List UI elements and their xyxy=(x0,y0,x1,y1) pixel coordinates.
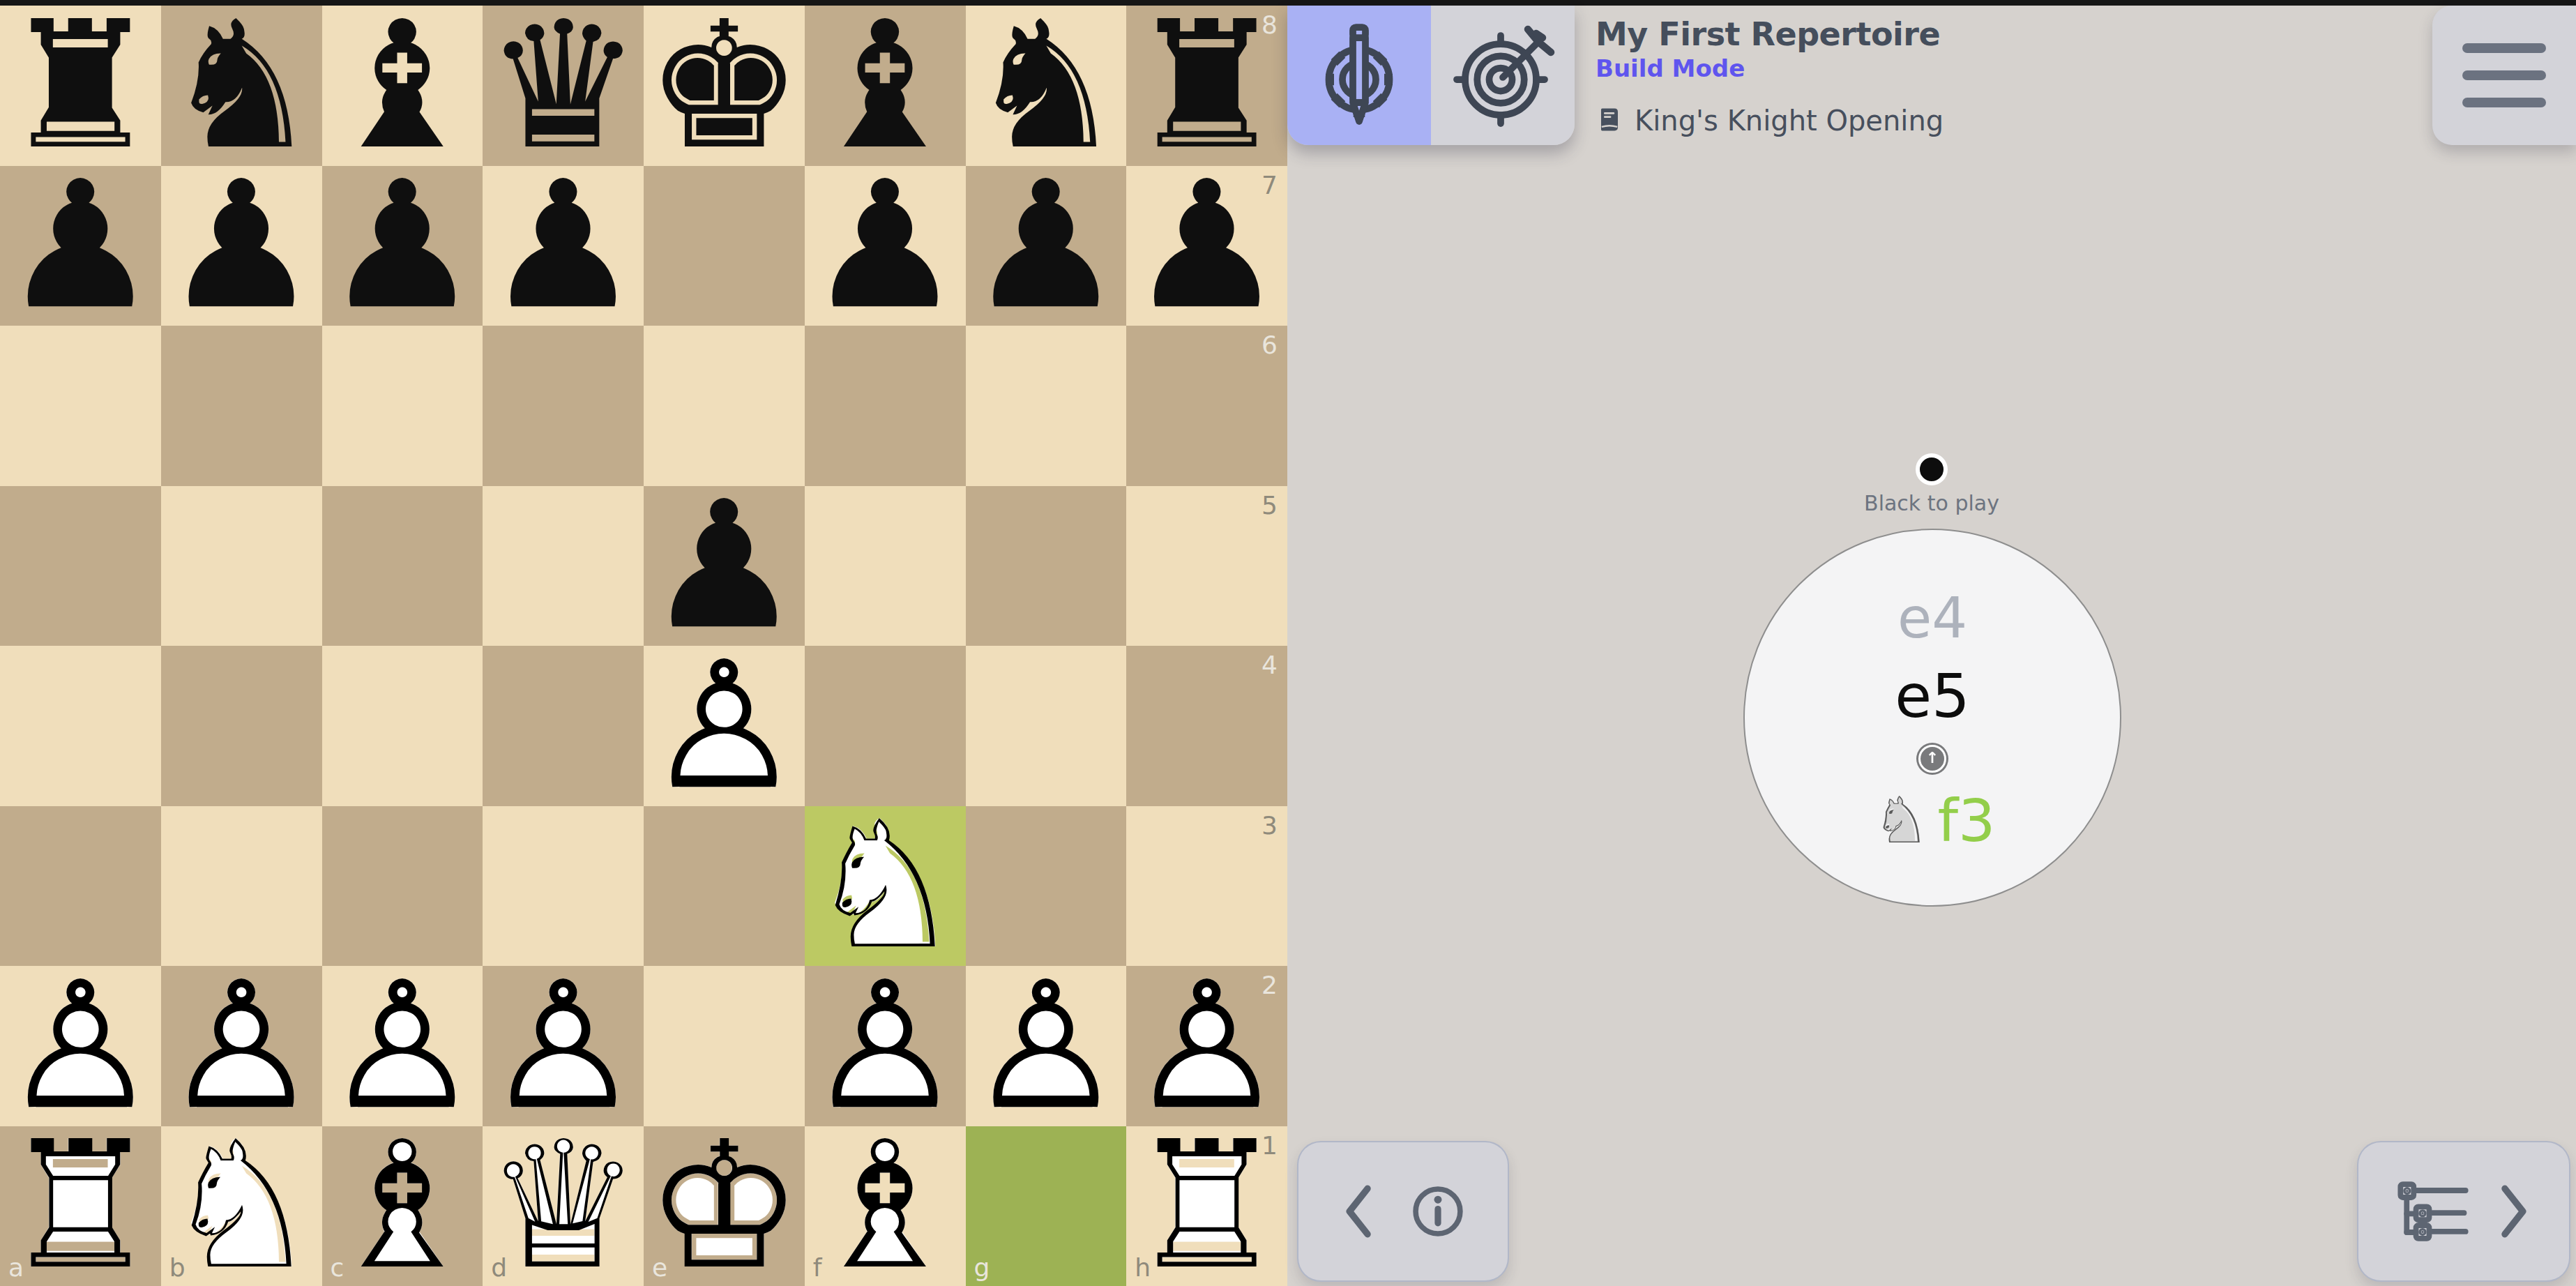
square-c4[interactable] xyxy=(322,646,483,806)
square-e3[interactable] xyxy=(644,806,805,967)
white-pawn-h2: ♟♙ xyxy=(1126,966,1287,1126)
black-rook-a8: ♜ xyxy=(0,6,161,166)
square-a8[interactable]: ♜ xyxy=(0,6,161,166)
black-pawn-b7: ♟ xyxy=(161,166,322,326)
square-a7[interactable]: ♟ xyxy=(0,166,161,326)
up-arrow-badge[interactable]: ↑ xyxy=(1916,743,1948,775)
square-e1[interactable]: e♚♔ xyxy=(644,1126,805,1286)
square-h2[interactable]: 2♟♙ xyxy=(1126,966,1287,1126)
opening-row: King's Knight Opening xyxy=(1596,105,1944,137)
square-c5[interactable] xyxy=(322,486,483,646)
square-e4[interactable]: ♟♙ xyxy=(644,646,805,806)
square-c2[interactable]: ♟♙ xyxy=(322,966,483,1126)
black-pawn-f7: ♟ xyxy=(805,166,966,326)
square-f2[interactable]: ♟♙ xyxy=(805,966,966,1126)
square-f5[interactable] xyxy=(805,486,966,646)
black-bishop-f8: ♝ xyxy=(805,6,966,166)
white-knight-b1: ♞♘ xyxy=(161,1126,322,1286)
black-pawn-a7: ♟ xyxy=(0,166,161,326)
white-pawn-e4: ♟♙ xyxy=(644,646,805,806)
square-f4[interactable] xyxy=(805,646,966,806)
opening-name: King's Knight Opening xyxy=(1635,105,1944,137)
square-d5[interactable] xyxy=(483,486,644,646)
white-pawn-g2: ♟♙ xyxy=(966,966,1127,1126)
square-g1[interactable]: g xyxy=(966,1126,1127,1286)
played-move[interactable]: e5 xyxy=(1895,666,1970,726)
header: My First Repertoire Build Mode King's Kn… xyxy=(1596,15,1944,137)
white-queen-d1: ♛♕ xyxy=(483,1126,644,1286)
square-g8[interactable]: ♞ xyxy=(966,6,1127,166)
file-label-g: g xyxy=(974,1255,990,1280)
square-d1[interactable]: d♛♕ xyxy=(483,1126,644,1286)
app-content: ♜♞♝♛♚♝♞8♜♟♟♟♟♟♟7♟6♟5♟♙4♞♘3♟♙♟♙♟♙♟♙♟♙♟♙2♟… xyxy=(0,6,2576,1286)
black-pawn-e5: ♟ xyxy=(644,486,805,646)
white-pawn-f2: ♟♙ xyxy=(805,966,966,1126)
square-c1[interactable]: c♝♗ xyxy=(322,1126,483,1286)
rank-label-6: 6 xyxy=(1262,333,1278,358)
black-king-e8: ♚ xyxy=(644,6,805,166)
book-icon xyxy=(1596,107,1623,135)
hamburger-menu-icon xyxy=(2462,43,2546,53)
white-rook-a1: ♜♖ xyxy=(0,1126,161,1286)
previous-move[interactable]: e4 xyxy=(1897,591,1967,646)
black-pawn-h7: ♟ xyxy=(1126,166,1287,326)
square-h7[interactable]: 7♟ xyxy=(1126,166,1287,326)
turn-indicator: Black to play xyxy=(1287,453,2576,515)
white-rook-h1: ♜♖ xyxy=(1126,1126,1287,1286)
square-h4[interactable]: 4 xyxy=(1126,646,1287,806)
square-g4[interactable] xyxy=(966,646,1127,806)
up-arrow-icon: ↑ xyxy=(1926,750,1939,766)
square-b3[interactable] xyxy=(161,806,322,967)
repertoire-title: My First Repertoire xyxy=(1596,15,1944,53)
square-c3[interactable] xyxy=(322,806,483,967)
square-f7[interactable]: ♟ xyxy=(805,166,966,326)
square-a4[interactable] xyxy=(0,646,161,806)
square-e8[interactable]: ♚ xyxy=(644,6,805,166)
nav-card-left xyxy=(1297,1141,1509,1282)
menu-button[interactable] xyxy=(2432,6,2576,145)
square-h8[interactable]: 8♜ xyxy=(1126,6,1287,166)
black-knight-b8: ♞ xyxy=(161,6,322,166)
white-knight-f3: ♞♘ xyxy=(805,806,966,967)
square-f6[interactable] xyxy=(805,326,966,486)
move-circle: e4 e5 ↑ ♞ ♘ f3 xyxy=(1743,529,2121,907)
square-a2[interactable]: ♟♙ xyxy=(0,966,161,1126)
rank-label-3: 3 xyxy=(1262,813,1278,838)
square-b8[interactable]: ♞ xyxy=(161,6,322,166)
mode-toggle xyxy=(1287,6,1575,145)
white-pawn-d2: ♟♙ xyxy=(483,966,644,1126)
white-pawn-b2: ♟♙ xyxy=(161,966,322,1126)
square-c7[interactable]: ♟ xyxy=(322,166,483,326)
square-a3[interactable] xyxy=(0,806,161,967)
white-pawn-a2: ♟♙ xyxy=(0,966,161,1126)
rank-label-5: 5 xyxy=(1262,493,1278,518)
black-pawn-g7: ♟ xyxy=(966,166,1127,326)
move-tree-button[interactable] xyxy=(2394,1177,2472,1246)
square-g6[interactable] xyxy=(966,326,1127,486)
square-a1[interactable]: a♜♖ xyxy=(0,1126,161,1286)
square-b6[interactable] xyxy=(161,326,322,486)
gear-pencil-icon xyxy=(1307,23,1411,128)
square-h1[interactable]: 1h♜♖ xyxy=(1126,1126,1287,1286)
square-h5[interactable]: 5 xyxy=(1126,486,1287,646)
rank-label-4: 4 xyxy=(1262,653,1278,678)
square-d4[interactable] xyxy=(483,646,644,806)
forward-button[interactable] xyxy=(2493,1181,2533,1241)
build-mode-button[interactable] xyxy=(1287,6,1431,145)
black-to-play-dot xyxy=(1916,453,1948,485)
square-e2[interactable] xyxy=(644,966,805,1126)
square-e5[interactable]: ♟ xyxy=(644,486,805,646)
square-h6[interactable]: 6 xyxy=(1126,326,1287,486)
square-f8[interactable]: ♝ xyxy=(805,6,966,166)
white-knight-icon: ♞ ♘ xyxy=(1869,787,1933,854)
white-bishop-c1: ♝♗ xyxy=(322,1126,483,1286)
target-arrow-icon xyxy=(1450,23,1555,128)
square-b5[interactable] xyxy=(161,486,322,646)
square-d8[interactable]: ♛ xyxy=(483,6,644,166)
next-move[interactable]: ♞ ♘ f3 xyxy=(1869,787,1995,854)
practice-mode-button[interactable] xyxy=(1431,6,1575,145)
turn-label: Black to play xyxy=(1864,491,1999,515)
black-bishop-c8: ♝ xyxy=(322,6,483,166)
info-button[interactable] xyxy=(1409,1182,1467,1241)
square-f1[interactable]: f♝♗ xyxy=(805,1126,966,1286)
square-a5[interactable] xyxy=(0,486,161,646)
app-window: ♜♞♝♛♚♝♞8♜♟♟♟♟♟♟7♟6♟5♟♙4♞♘3♟♙♟♙♟♙♟♙♟♙♟♙2♟… xyxy=(0,0,2576,1286)
square-b2[interactable]: ♟♙ xyxy=(161,966,322,1126)
white-bishop-f1: ♝♗ xyxy=(805,1126,966,1286)
black-rook-h8: ♜ xyxy=(1126,6,1287,166)
white-pawn-c2: ♟♙ xyxy=(322,966,483,1126)
next-move-san: f3 xyxy=(1937,792,1995,850)
square-e6[interactable] xyxy=(644,326,805,486)
square-b7[interactable]: ♟ xyxy=(161,166,322,326)
square-e7[interactable] xyxy=(644,166,805,326)
white-king-e1: ♚♔ xyxy=(644,1126,805,1286)
chess-board: ♜♞♝♛♚♝♞8♜♟♟♟♟♟♟7♟6♟5♟♙4♞♘3♟♙♟♙♟♙♟♙♟♙♟♙2♟… xyxy=(0,6,1287,1286)
square-c6[interactable] xyxy=(322,326,483,486)
square-a6[interactable] xyxy=(0,326,161,486)
nav-card-right xyxy=(2357,1141,2570,1282)
square-d6[interactable] xyxy=(483,326,644,486)
square-d2[interactable]: ♟♙ xyxy=(483,966,644,1126)
square-g7[interactable]: ♟ xyxy=(966,166,1127,326)
square-b1[interactable]: b♞♘ xyxy=(161,1126,322,1286)
square-g3[interactable] xyxy=(966,806,1127,967)
square-c8[interactable]: ♝ xyxy=(322,6,483,166)
square-f3[interactable]: ♞♘ xyxy=(805,806,966,967)
black-pawn-c7: ♟ xyxy=(322,166,483,326)
square-b4[interactable] xyxy=(161,646,322,806)
square-g2[interactable]: ♟♙ xyxy=(966,966,1127,1126)
square-d7[interactable]: ♟ xyxy=(483,166,644,326)
black-pawn-d7: ♟ xyxy=(483,166,644,326)
square-g5[interactable] xyxy=(966,486,1127,646)
back-button[interactable] xyxy=(1339,1181,1379,1241)
black-queen-d8: ♛ xyxy=(483,6,644,166)
mode-label: Build Mode xyxy=(1596,54,1944,82)
square-d3[interactable] xyxy=(483,806,644,967)
square-h3[interactable]: 3 xyxy=(1126,806,1287,967)
black-knight-g8: ♞ xyxy=(966,6,1127,166)
